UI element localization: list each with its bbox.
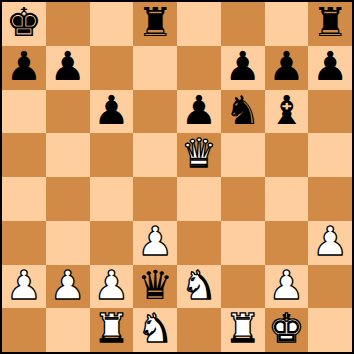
square-g3[interactable]	[265, 221, 309, 265]
square-b2[interactable]: ♟	[46, 265, 90, 309]
black-king-a8[interactable]: ♚	[6, 2, 42, 45]
white-pawn-g2[interactable]: ♟	[268, 265, 304, 308]
square-f6[interactable]: ♞	[221, 90, 265, 134]
square-e4[interactable]	[177, 177, 221, 221]
square-a2[interactable]: ♟	[2, 265, 46, 309]
square-d4[interactable]	[133, 177, 177, 221]
square-f1[interactable]: ♜	[221, 308, 265, 352]
white-pawn-c2[interactable]: ♟	[93, 265, 129, 308]
white-pawn-d3[interactable]: ♟	[137, 221, 173, 264]
square-a5[interactable]	[2, 133, 46, 177]
square-c7[interactable]	[90, 46, 134, 90]
chess-board: ♚♜♜♟♟♟♟♟♟♟♞♝♛♟♟♟♟♟♛♞♟♜♞♜♚	[0, 0, 354, 354]
square-g1[interactable]: ♚	[265, 308, 309, 352]
square-c2[interactable]: ♟	[90, 265, 134, 309]
square-c8[interactable]	[90, 2, 134, 46]
square-h2[interactable]	[308, 265, 352, 309]
square-f7[interactable]: ♟	[221, 46, 265, 90]
black-bishop-g6[interactable]: ♝	[268, 90, 304, 133]
square-b7[interactable]: ♟	[46, 46, 90, 90]
square-b5[interactable]	[46, 133, 90, 177]
square-e8[interactable]	[177, 2, 221, 46]
square-b6[interactable]	[46, 90, 90, 134]
white-knight-d1[interactable]: ♞	[137, 308, 173, 351]
square-e5[interactable]: ♛	[177, 133, 221, 177]
black-pawn-b7[interactable]: ♟	[50, 46, 86, 89]
square-e7[interactable]	[177, 46, 221, 90]
black-pawn-h7[interactable]: ♟	[312, 46, 348, 89]
square-e6[interactable]: ♟	[177, 90, 221, 134]
white-pawn-b2[interactable]: ♟	[50, 265, 86, 308]
square-b8[interactable]	[46, 2, 90, 46]
black-queen-d2[interactable]: ♛	[137, 265, 173, 308]
black-rook-d8[interactable]: ♜	[137, 2, 173, 45]
black-pawn-f7[interactable]: ♟	[225, 46, 261, 89]
black-pawn-g7[interactable]: ♟	[268, 46, 304, 89]
square-d8[interactable]: ♜	[133, 2, 177, 46]
square-g4[interactable]	[265, 177, 309, 221]
square-a4[interactable]	[2, 177, 46, 221]
square-h6[interactable]	[308, 90, 352, 134]
square-b4[interactable]	[46, 177, 90, 221]
square-a8[interactable]: ♚	[2, 2, 46, 46]
white-king-g1[interactable]: ♚	[268, 308, 304, 351]
black-pawn-c6[interactable]: ♟	[93, 90, 129, 133]
square-e3[interactable]	[177, 221, 221, 265]
white-pawn-h3[interactable]: ♟	[312, 221, 348, 264]
square-d1[interactable]: ♞	[133, 308, 177, 352]
square-c5[interactable]	[90, 133, 134, 177]
square-a3[interactable]	[2, 221, 46, 265]
square-b1[interactable]	[46, 308, 90, 352]
square-f2[interactable]	[221, 265, 265, 309]
square-d3[interactable]: ♟	[133, 221, 177, 265]
white-knight-e2[interactable]: ♞	[181, 265, 217, 308]
black-pawn-a7[interactable]: ♟	[6, 46, 42, 89]
black-pawn-e6[interactable]: ♟	[181, 90, 217, 133]
square-h5[interactable]	[308, 133, 352, 177]
square-c6[interactable]: ♟	[90, 90, 134, 134]
square-a1[interactable]	[2, 308, 46, 352]
square-d6[interactable]	[133, 90, 177, 134]
square-c3[interactable]	[90, 221, 134, 265]
chess-board-frame: ♚♜♜♟♟♟♟♟♟♟♞♝♛♟♟♟♟♟♛♞♟♜♞♜♚	[0, 0, 354, 354]
square-f3[interactable]	[221, 221, 265, 265]
square-c1[interactable]: ♜	[90, 308, 134, 352]
black-knight-f6[interactable]: ♞	[225, 90, 261, 133]
square-g2[interactable]: ♟	[265, 265, 309, 309]
square-h4[interactable]	[308, 177, 352, 221]
square-f5[interactable]	[221, 133, 265, 177]
square-h1[interactable]	[308, 308, 352, 352]
white-rook-c1[interactable]: ♜	[93, 308, 129, 351]
square-h7[interactable]: ♟	[308, 46, 352, 90]
white-queen-e5[interactable]: ♛	[181, 133, 217, 176]
square-b3[interactable]	[46, 221, 90, 265]
black-rook-h8[interactable]: ♜	[312, 2, 348, 45]
square-d5[interactable]	[133, 133, 177, 177]
square-a7[interactable]: ♟	[2, 46, 46, 90]
square-e1[interactable]	[177, 308, 221, 352]
square-d2[interactable]: ♛	[133, 265, 177, 309]
square-e2[interactable]: ♞	[177, 265, 221, 309]
white-rook-f1[interactable]: ♜	[225, 308, 261, 351]
square-a6[interactable]	[2, 90, 46, 134]
square-d7[interactable]	[133, 46, 177, 90]
square-g6[interactable]: ♝	[265, 90, 309, 134]
square-h8[interactable]: ♜	[308, 2, 352, 46]
square-g8[interactable]	[265, 2, 309, 46]
square-c4[interactable]	[90, 177, 134, 221]
square-f4[interactable]	[221, 177, 265, 221]
square-g7[interactable]: ♟	[265, 46, 309, 90]
square-h3[interactable]: ♟	[308, 221, 352, 265]
square-f8[interactable]	[221, 2, 265, 46]
white-pawn-a2[interactable]: ♟	[6, 265, 42, 308]
square-g5[interactable]	[265, 133, 309, 177]
